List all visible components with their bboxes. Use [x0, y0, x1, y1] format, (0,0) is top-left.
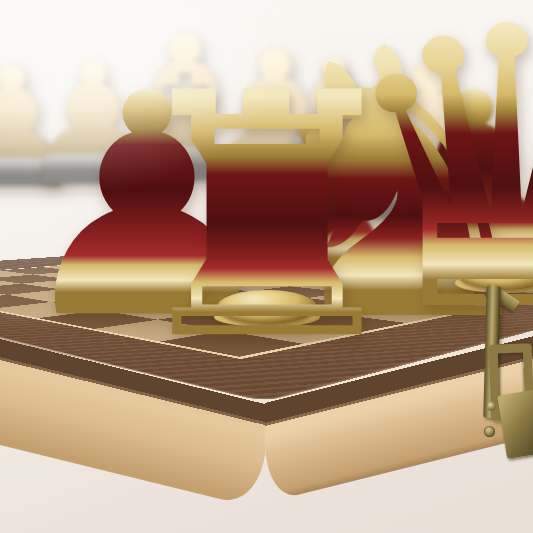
- red-rook-c2[interactable]: ♜: [139, 92, 394, 324]
- red-rook-glyph: ♜: [116, 50, 418, 386]
- brass-latch: [468, 280, 533, 470]
- chess-set-photo-scene: ♟♟♝♟♟♟♟♟♞♛♟♜: [0, 0, 533, 533]
- latch-pivot-pin: [487, 402, 496, 411]
- latch-screw: [484, 426, 495, 437]
- latch-plate: [497, 389, 533, 459]
